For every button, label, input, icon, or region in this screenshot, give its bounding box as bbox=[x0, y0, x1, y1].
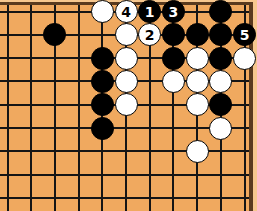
black-stone[interactable]: 3 bbox=[162, 0, 185, 23]
black-stone[interactable] bbox=[209, 0, 232, 23]
white-stone[interactable] bbox=[186, 93, 209, 116]
move-number-label: 2 bbox=[145, 28, 155, 42]
black-stone[interactable] bbox=[162, 23, 185, 46]
white-stone[interactable] bbox=[209, 117, 232, 140]
move-number-label: 3 bbox=[169, 5, 179, 19]
black-stone[interactable] bbox=[91, 70, 114, 93]
white-stone[interactable] bbox=[115, 93, 138, 116]
black-stone[interactable] bbox=[91, 93, 114, 116]
white-stone[interactable] bbox=[115, 47, 138, 70]
white-stone[interactable] bbox=[186, 47, 209, 70]
black-stone[interactable] bbox=[209, 23, 232, 46]
black-stone[interactable] bbox=[91, 47, 114, 70]
move-number-label: 4 bbox=[121, 5, 131, 19]
white-stone[interactable] bbox=[186, 70, 209, 93]
grid-v-line bbox=[30, 5, 32, 211]
white-stone[interactable] bbox=[233, 47, 256, 70]
black-stone[interactable]: 1 bbox=[138, 0, 161, 23]
white-stone[interactable] bbox=[91, 0, 114, 23]
go-diagram: 41325 bbox=[0, 0, 257, 211]
white-stone[interactable] bbox=[209, 70, 232, 93]
black-stone[interactable] bbox=[186, 23, 209, 46]
move-number-label: 1 bbox=[145, 5, 155, 19]
white-stone[interactable]: 2 bbox=[138, 23, 161, 46]
grid-v-line bbox=[78, 5, 80, 211]
grid-v-line bbox=[7, 5, 9, 211]
black-stone[interactable] bbox=[91, 117, 114, 140]
move-number-label: 5 bbox=[240, 28, 250, 42]
white-stone[interactable] bbox=[186, 140, 209, 163]
white-stone[interactable]: 4 bbox=[115, 0, 138, 23]
go-board[interactable]: 41325 bbox=[0, 0, 257, 211]
white-stone[interactable] bbox=[115, 70, 138, 93]
black-stone[interactable] bbox=[43, 23, 66, 46]
white-stone[interactable] bbox=[115, 23, 138, 46]
black-stone[interactable] bbox=[162, 47, 185, 70]
black-stone[interactable] bbox=[209, 93, 232, 116]
white-stone[interactable] bbox=[162, 70, 185, 93]
black-stone[interactable] bbox=[209, 47, 232, 70]
